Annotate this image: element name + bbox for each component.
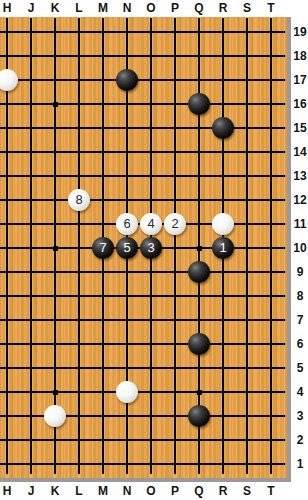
go-diagram-screen: HJKLMNOPQRST 75318642 191817161514131211… bbox=[0, 0, 308, 500]
move-number-label: 4 bbox=[140, 213, 162, 235]
row-number-label-5: 5 bbox=[292, 360, 308, 376]
bottom-coord-label-T: T bbox=[262, 482, 280, 500]
bottom-coord-label-S: S bbox=[238, 482, 256, 500]
bottom-coord-label-R: R bbox=[214, 482, 232, 500]
black-stone-Q9[interactable] bbox=[188, 261, 210, 283]
bottom-coord-label-P: P bbox=[166, 482, 184, 500]
white-stone-L12[interactable]: 8 bbox=[68, 189, 90, 211]
row-number-label-1: 1 bbox=[292, 456, 308, 472]
white-stone-N11[interactable]: 6 bbox=[116, 213, 138, 235]
grid-line-vertical-L bbox=[78, 18, 80, 474]
grid-line-horizontal-5 bbox=[0, 367, 285, 369]
grid-line-horizontal-12 bbox=[0, 199, 285, 201]
star-point-K4 bbox=[53, 390, 58, 395]
row-number-label-12: 12 bbox=[292, 192, 308, 208]
top-coord-label-L: L bbox=[70, 0, 88, 16]
top-coord-label-P: P bbox=[166, 0, 184, 16]
move-number-label: 7 bbox=[92, 237, 114, 259]
row-number-label-14: 14 bbox=[292, 144, 308, 160]
row-number-label-2: 2 bbox=[292, 432, 308, 448]
row-number-label-10: 10 bbox=[292, 240, 308, 256]
white-stone-P11[interactable]: 2 bbox=[164, 213, 186, 235]
move-number-label: 1 bbox=[212, 237, 234, 259]
top-coord-label-N: N bbox=[118, 0, 136, 16]
top-coord-label-K: K bbox=[46, 0, 64, 16]
star-point-Q4 bbox=[197, 390, 202, 395]
top-coord-label-J: J bbox=[22, 0, 40, 16]
grid-line-vertical-T bbox=[270, 18, 272, 474]
grid-line-horizontal-18 bbox=[0, 55, 285, 57]
grid-line-horizontal-7 bbox=[0, 319, 285, 321]
row-number-label-19: 19 bbox=[292, 24, 308, 40]
bottom-coord-label-N: N bbox=[118, 482, 136, 500]
black-stone-Q16[interactable] bbox=[188, 93, 210, 115]
bottom-coord-label-Q: Q bbox=[190, 482, 208, 500]
white-stone-K3[interactable] bbox=[44, 405, 66, 427]
grid-line-horizontal-1 bbox=[0, 463, 285, 465]
white-stone-N4[interactable] bbox=[116, 381, 138, 403]
row-number-label-3: 3 bbox=[292, 408, 308, 424]
grid-line-horizontal-2 bbox=[0, 439, 285, 441]
move-number-label: 2 bbox=[164, 213, 186, 235]
row-number-label-18: 18 bbox=[292, 48, 308, 64]
star-point-K16 bbox=[53, 102, 58, 107]
row-number-label-8: 8 bbox=[292, 288, 308, 304]
black-stone-O10[interactable]: 3 bbox=[140, 237, 162, 259]
grid-line-vertical-S bbox=[246, 18, 248, 474]
bottom-coord-label-O: O bbox=[142, 482, 160, 500]
grid-line-horizontal-15 bbox=[0, 127, 285, 129]
row-number-label-4: 4 bbox=[292, 384, 308, 400]
top-coord-label-M: M bbox=[94, 0, 112, 16]
row-number-label-9: 9 bbox=[292, 264, 308, 280]
row-number-label-7: 7 bbox=[292, 312, 308, 328]
grid-line-horizontal-17 bbox=[0, 79, 285, 81]
move-number-label: 3 bbox=[140, 237, 162, 259]
bottom-coord-label-H: H bbox=[0, 482, 16, 500]
grid-line-horizontal-3 bbox=[0, 415, 285, 417]
top-coord-label-R: R bbox=[214, 0, 232, 16]
black-stone-N17[interactable] bbox=[116, 69, 138, 91]
black-stone-Q6[interactable] bbox=[188, 333, 210, 355]
grid-line-vertical-P bbox=[174, 18, 176, 474]
white-stone-R11[interactable] bbox=[212, 213, 234, 235]
top-coord-label-T: T bbox=[262, 0, 280, 16]
move-number-label: 8 bbox=[68, 189, 90, 211]
grid-line-vertical-J bbox=[30, 18, 32, 474]
grid-line-horizontal-16 bbox=[0, 103, 285, 105]
black-stone-Q3[interactable] bbox=[188, 405, 210, 427]
go-board[interactable]: 75318642 bbox=[0, 17, 291, 482]
move-number-label: 5 bbox=[116, 237, 138, 259]
star-point-K10 bbox=[53, 246, 58, 251]
black-stone-N10[interactable]: 5 bbox=[116, 237, 138, 259]
top-coord-label-O: O bbox=[142, 0, 160, 16]
black-stone-R10[interactable]: 1 bbox=[212, 237, 234, 259]
grid-line-horizontal-6 bbox=[0, 343, 285, 345]
top-coord-label-Q: Q bbox=[190, 0, 208, 16]
bottom-coord-label-M: M bbox=[94, 482, 112, 500]
star-point-Q10 bbox=[197, 246, 202, 251]
grid-line-horizontal-19 bbox=[0, 31, 285, 33]
white-stone-O11[interactable]: 4 bbox=[140, 213, 162, 235]
grid-line-horizontal-9 bbox=[0, 271, 285, 273]
move-number-label: 6 bbox=[116, 213, 138, 235]
row-number-label-15: 15 bbox=[292, 120, 308, 136]
black-stone-R15[interactable] bbox=[212, 117, 234, 139]
grid-line-horizontal-8 bbox=[0, 295, 285, 297]
grid-line-horizontal-4 bbox=[0, 391, 285, 393]
row-number-label-17: 17 bbox=[292, 72, 308, 88]
top-coord-label-H: H bbox=[0, 0, 16, 16]
bottom-coord-label-J: J bbox=[22, 482, 40, 500]
grid-line-horizontal-14 bbox=[0, 151, 285, 153]
row-number-label-13: 13 bbox=[292, 168, 308, 184]
row-number-label-16: 16 bbox=[292, 96, 308, 112]
row-number-label-11: 11 bbox=[292, 216, 308, 232]
grid-line-horizontal-13 bbox=[0, 175, 285, 177]
bottom-coord-label-L: L bbox=[70, 482, 88, 500]
bottom-coord-label-K: K bbox=[46, 482, 64, 500]
white-stone-H17[interactable] bbox=[0, 69, 18, 91]
top-coord-label-S: S bbox=[238, 0, 256, 16]
black-stone-M10[interactable]: 7 bbox=[92, 237, 114, 259]
row-number-label-6: 6 bbox=[292, 336, 308, 352]
